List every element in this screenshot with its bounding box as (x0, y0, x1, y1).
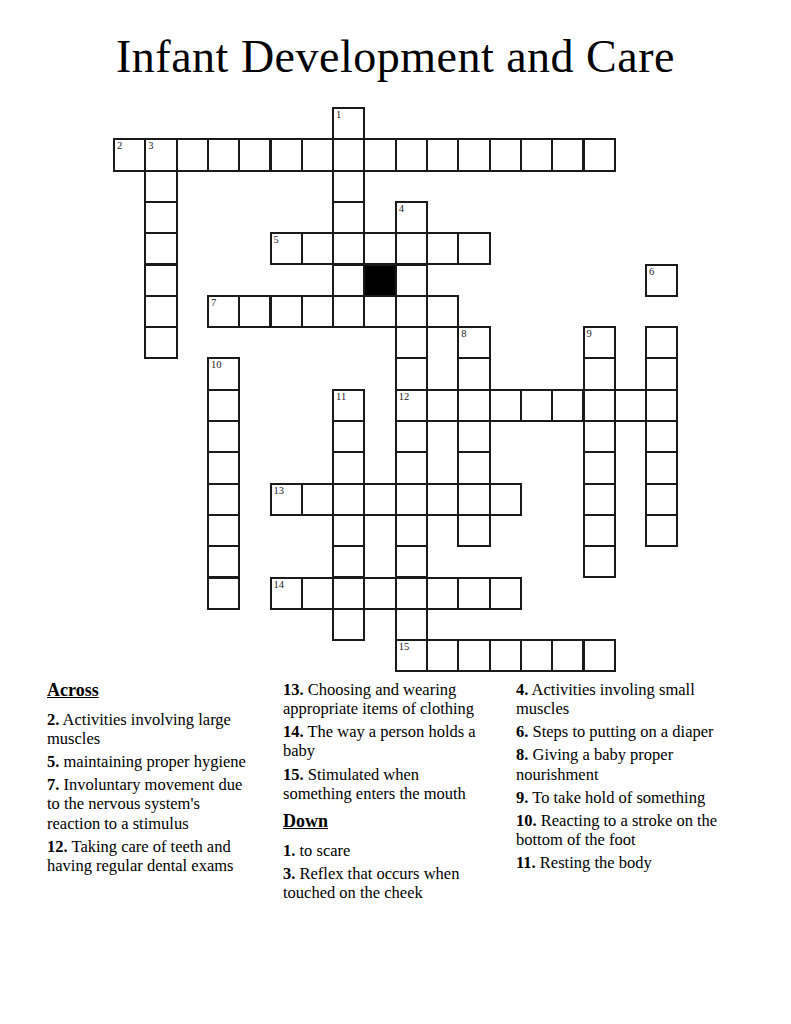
grid-cell-r6c4[interactable] (238, 295, 271, 328)
grid-cell-r1c13[interactable] (520, 138, 553, 171)
grid-cell-r1c9[interactable] (395, 138, 428, 171)
clue-number: 1. (283, 841, 295, 860)
grid-cell-r1c14[interactable] (551, 138, 584, 171)
grid-cell-r12c5[interactable]: 13 (270, 483, 303, 516)
clue-12-across: 12. Taking care of teeth and having regu… (47, 837, 255, 875)
grid-cell-r6c1[interactable] (144, 295, 177, 328)
grid-cell-r11c15[interactable] (583, 451, 616, 484)
grid-cell-r1c10[interactable] (426, 138, 459, 171)
cell-number-12: 12 (399, 391, 410, 402)
grid-cell-r9c9[interactable]: 12 (395, 389, 428, 422)
clue-number: 3. (283, 864, 295, 883)
grid-cell-r10c17[interactable] (645, 420, 678, 453)
clue-8-down: 8. Giving a baby proper nourishment (516, 745, 721, 783)
grid-cell-r0c7[interactable]: 1 (332, 107, 365, 140)
grid-cell-r16c9[interactable] (395, 608, 428, 641)
grid-cell-r4c1[interactable] (144, 232, 177, 265)
clue-9-down: 9. To take hold of something (516, 788, 721, 807)
grid-cell-r13c7[interactable] (332, 514, 365, 547)
cell-number-5: 5 (274, 234, 279, 245)
grid-cell-r10c11[interactable] (457, 420, 490, 453)
grid-cell-r4c11[interactable] (457, 232, 490, 265)
grid-cell-r15c5[interactable]: 14 (270, 577, 303, 610)
crossword-page: Infant Development and Care 123456789101… (0, 0, 791, 1024)
grid-cell-r15c11[interactable] (457, 577, 490, 610)
grid-cell-r8c9[interactable] (395, 357, 428, 390)
grid-cell-r10c9[interactable] (395, 420, 428, 453)
cell-number-9: 9 (587, 328, 592, 339)
grid-cell-r7c11[interactable]: 8 (457, 326, 490, 359)
grid-cell-r12c7[interactable] (332, 483, 365, 516)
grid-cell-r8c11[interactable] (457, 357, 490, 390)
clue-1-down: 1. to scare (283, 841, 491, 860)
grid-cell-r8c15[interactable] (583, 357, 616, 390)
clue-number: 9. (516, 788, 528, 807)
grid-cell-r10c3[interactable] (207, 420, 240, 453)
grid-cell-r15c9[interactable] (395, 577, 428, 610)
grid-cell-r3c1[interactable] (144, 201, 177, 234)
clue-6-down: 6. Steps to putting on a diaper (516, 722, 721, 741)
grid-cell-r9c11[interactable] (457, 389, 490, 422)
clue-11-down: 11. Resting the body (516, 853, 721, 872)
down-header: Down (283, 811, 491, 832)
grid-cell-r7c1[interactable] (144, 326, 177, 359)
grid-cell-r12c9[interactable] (395, 483, 428, 516)
cell-number-11: 11 (336, 391, 346, 402)
grid-cell-r12c12[interactable] (489, 483, 522, 516)
grid-cell-r1c1[interactable]: 3 (144, 138, 177, 171)
grid-cell-r16c7[interactable] (332, 608, 365, 641)
clue-number: 7. (47, 775, 59, 794)
grid-cell-r12c3[interactable] (207, 483, 240, 516)
cell-number-3: 3 (148, 140, 153, 151)
grid-cell-r4c5[interactable]: 5 (270, 232, 303, 265)
grid-cell-r15c12[interactable] (489, 577, 522, 610)
grid-cell-r5c7[interactable] (332, 264, 365, 297)
clue-5-across: 5. maintaining proper hygiene (47, 752, 255, 771)
grid-cell-r15c7[interactable] (332, 577, 365, 610)
clue-number: 14. (283, 722, 304, 741)
grid-cell-r12c11[interactable] (457, 483, 490, 516)
grid-cell-r2c7[interactable] (332, 170, 365, 203)
cell-number-8: 8 (461, 328, 466, 339)
grid-cell-r9c14[interactable] (551, 389, 584, 422)
clue-column-left: Across 2. Activities involving large mus… (47, 680, 255, 879)
grid-cell-r13c15[interactable] (583, 514, 616, 547)
clue-number: 5. (47, 752, 59, 771)
grid-cell-r8c17[interactable] (645, 357, 678, 390)
grid-cell-r2c1[interactable] (144, 170, 177, 203)
grid-cell-r13c9[interactable] (395, 514, 428, 547)
grid-cell-r12c17[interactable] (645, 483, 678, 516)
grid-cell-r6c9[interactable] (395, 295, 428, 328)
grid-cell-r1c12[interactable] (489, 138, 522, 171)
grid-cell-r17c15[interactable] (583, 639, 616, 672)
clue-number: 6. (516, 722, 528, 741)
grid-cell-r13c11[interactable] (457, 514, 490, 547)
grid-cell-r12c6[interactable] (301, 483, 334, 516)
clue-4-down: 4. Activities involing small muscles (516, 680, 721, 718)
across-header: Across (47, 680, 255, 701)
grid-cell-r15c10[interactable] (426, 577, 459, 610)
grid-cell-r3c7[interactable] (332, 201, 365, 234)
grid-cell-r17c14[interactable] (551, 639, 584, 672)
grid-cell-r1c11[interactable] (457, 138, 490, 171)
crossword-grid: 123456789101112131415 (113, 107, 681, 675)
cell-number-15: 15 (399, 641, 410, 652)
grid-cell-r13c17[interactable] (645, 514, 678, 547)
grid-cell-r1c15[interactable] (583, 138, 616, 171)
grid-cell-r7c9[interactable] (395, 326, 428, 359)
clue-number: 10. (516, 811, 537, 830)
grid-cell-r1c5[interactable] (270, 138, 303, 171)
grid-cell-r4c7[interactable] (332, 232, 365, 265)
grid-cell-r14c3[interactable] (207, 545, 240, 578)
grid-cell-r6c10[interactable] (426, 295, 459, 328)
clue-7-across: 7. Involuntary movement due to the nervo… (47, 775, 255, 832)
grid-cell-r10c7[interactable] (332, 420, 365, 453)
clue-number: 12. (47, 837, 68, 856)
clue-column-middle: 13. Choosing and wearing appropriate ite… (283, 680, 491, 906)
grid-cell-r8c3[interactable]: 10 (207, 357, 240, 390)
cell-number-1: 1 (336, 109, 341, 120)
grid-cell-r14c7[interactable] (332, 545, 365, 578)
cell-number-14: 14 (274, 579, 285, 590)
grid-cell-r17c12[interactable] (489, 639, 522, 672)
grid-cell-r11c11[interactable] (457, 451, 490, 484)
grid-cell-r12c10[interactable] (426, 483, 459, 516)
grid-cell-r4c8[interactable] (363, 232, 396, 265)
cell-number-4: 4 (399, 203, 404, 214)
grid-cell-r1c8[interactable] (363, 138, 396, 171)
grid-cell-r17c13[interactable] (520, 639, 553, 672)
grid-cell-r1c6[interactable] (301, 138, 334, 171)
grid-cell-r4c9[interactable] (395, 232, 428, 265)
grid-cell-r9c12[interactable] (489, 389, 522, 422)
clue-15-across: 15. Stimulated when something enters the… (283, 765, 491, 803)
clue-number: 4. (516, 680, 528, 699)
cell-number-10: 10 (211, 359, 222, 370)
cell-number-7: 7 (211, 297, 216, 308)
grid-cell-r1c4[interactable] (238, 138, 271, 171)
clue-number: 11. (516, 853, 536, 872)
grid-cell-r6c8[interactable] (363, 295, 396, 328)
grid-cell-r5c9[interactable] (395, 264, 428, 297)
grid-cell-r9c17[interactable] (645, 389, 678, 422)
grid-cell-r1c2[interactable] (176, 138, 209, 171)
blocked-cell (363, 264, 396, 297)
cell-number-2: 2 (117, 140, 122, 151)
grid-cell-r11c17[interactable] (645, 451, 678, 484)
grid-cell-r7c15[interactable]: 9 (583, 326, 616, 359)
grid-cell-r15c6[interactable] (301, 577, 334, 610)
grid-cell-r17c9[interactable]: 15 (395, 639, 428, 672)
clue-number: 15. (283, 765, 304, 784)
clue-10-down: 10. Reacting to a stroke on the bottom o… (516, 811, 721, 849)
grid-cell-r6c7[interactable] (332, 295, 365, 328)
grid-cell-r10c15[interactable] (583, 420, 616, 453)
grid-cell-r12c8[interactable] (363, 483, 396, 516)
grid-cell-r17c11[interactable] (457, 639, 490, 672)
grid-cell-r6c6[interactable] (301, 295, 334, 328)
clue-13-across: 13. Choosing and wearing appropriate ite… (283, 680, 491, 718)
grid-cell-r7c17[interactable] (645, 326, 678, 359)
grid-cell-r12c15[interactable] (583, 483, 616, 516)
grid-cell-r17c10[interactable] (426, 639, 459, 672)
grid-cell-r11c9[interactable] (395, 451, 428, 484)
grid-cell-r15c3[interactable] (207, 577, 240, 610)
grid-cell-r9c7[interactable]: 11 (332, 389, 365, 422)
grid-cell-r14c15[interactable] (583, 545, 616, 578)
grid-cell-r9c3[interactable] (207, 389, 240, 422)
grid-cell-r11c7[interactable] (332, 451, 365, 484)
grid-cell-r1c3[interactable] (207, 138, 240, 171)
clue-3-down: 3. Reflex that occurs when touched on th… (283, 864, 491, 902)
grid-cell-r1c7[interactable] (332, 138, 365, 171)
puzzle-title: Infant Development and Care (0, 30, 791, 83)
grid-cell-r9c10[interactable] (426, 389, 459, 422)
cell-number-6: 6 (649, 266, 654, 277)
grid-cell-r4c6[interactable] (301, 232, 334, 265)
grid-cell-r5c1[interactable] (144, 264, 177, 297)
grid-cell-r13c3[interactable] (207, 514, 240, 547)
clue-number: 13. (283, 680, 304, 699)
grid-cell-r11c3[interactable] (207, 451, 240, 484)
cell-number-13: 13 (274, 485, 285, 496)
clue-column-right: 4. Activities involing small muscles6. S… (516, 680, 721, 876)
grid-cell-r9c16[interactable] (614, 389, 647, 422)
clue-2-across: 2. Activities involving large muscles (47, 710, 255, 748)
grid-cell-r6c5[interactable] (270, 295, 303, 328)
grid-cell-r9c13[interactable] (520, 389, 553, 422)
grid-cell-r4c10[interactable] (426, 232, 459, 265)
grid-cell-r15c8[interactable] (363, 577, 396, 610)
grid-cell-r9c15[interactable] (583, 389, 616, 422)
grid-cell-r6c3[interactable]: 7 (207, 295, 240, 328)
grid-cell-r14c9[interactable] (395, 545, 428, 578)
grid-cell-r3c9[interactable]: 4 (395, 201, 428, 234)
grid-cell-r1c0[interactable]: 2 (113, 138, 146, 171)
grid-cell-r5c17[interactable]: 6 (645, 264, 678, 297)
clue-14-across: 14. The way a person holds a baby (283, 722, 491, 760)
clue-number: 2. (47, 710, 59, 729)
clue-number: 8. (516, 745, 528, 764)
